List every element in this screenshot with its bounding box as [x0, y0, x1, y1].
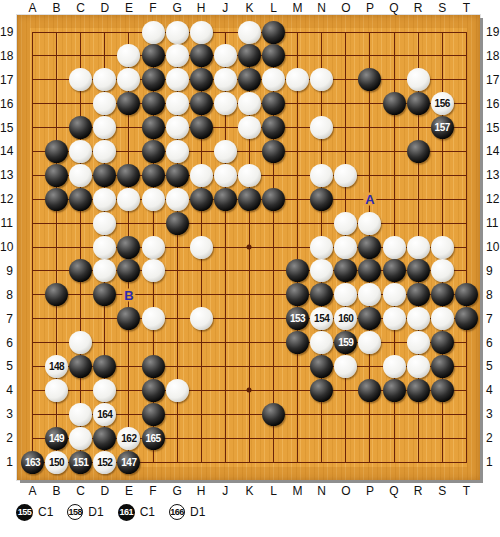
stone-B14[interactable]: [45, 140, 68, 163]
coord-label-left-19: 19: [0, 25, 13, 39]
stone-F12[interactable]: [142, 188, 165, 211]
stone-R8[interactable]: [407, 283, 430, 306]
stone-Q8[interactable]: [383, 283, 406, 306]
coord-label-bottom-R: R: [406, 484, 430, 498]
coord-label-bottom-J: J: [213, 484, 237, 498]
coord-label-left-11: 11: [0, 216, 13, 230]
stone-H15[interactable]: [190, 116, 213, 139]
coord-label-top-R: R: [406, 1, 430, 15]
coord-label-right-13: 13: [486, 168, 500, 182]
stone-H18[interactable]: [190, 44, 213, 67]
coord-label-left-16: 16: [0, 97, 13, 111]
coord-label-bottom-C: C: [69, 484, 93, 498]
coord-label-top-H: H: [189, 1, 213, 15]
stone-F17[interactable]: [142, 68, 165, 91]
stone-P11[interactable]: [358, 212, 381, 235]
stone-F7[interactable]: [142, 307, 165, 330]
stone-J16[interactable]: [214, 92, 237, 115]
stone-S15[interactable]: 157: [431, 116, 454, 139]
stone-M6[interactable]: [286, 331, 309, 354]
stone-F14[interactable]: [142, 140, 165, 163]
stone-H7[interactable]: [190, 307, 213, 330]
coord-label-top-L: L: [262, 1, 286, 15]
stone-S10[interactable]: [431, 236, 454, 259]
coord-label-left-17: 17: [0, 73, 13, 87]
stone-O13[interactable]: [334, 164, 357, 187]
coord-label-top-A: A: [21, 1, 45, 15]
stone-E12[interactable]: [117, 188, 140, 211]
coord-label-left-10: 10: [0, 240, 13, 254]
stone-C12[interactable]: [69, 188, 92, 211]
stone-F2[interactable]: 165: [142, 427, 165, 450]
stone-G16[interactable]: [166, 92, 189, 115]
coord-label-left-13: 13: [0, 168, 13, 182]
coord-label-right-14: 14: [486, 144, 500, 158]
coord-label-left-4: 4: [0, 383, 13, 397]
stone-E2[interactable]: 162: [117, 427, 140, 450]
stone-L19[interactable]: [262, 21, 285, 44]
stone-D12[interactable]: [93, 188, 116, 211]
annotation-b: B: [122, 288, 135, 301]
coord-label-bottom-L: L: [262, 484, 286, 498]
stone-J14[interactable]: [214, 140, 237, 163]
star-point-K4: [247, 388, 252, 393]
coord-label-top-K: K: [237, 1, 261, 15]
stone-B2[interactable]: 149: [45, 427, 68, 450]
stone-L12[interactable]: [262, 188, 285, 211]
coord-label-left-5: 5: [0, 359, 13, 373]
stone-G13[interactable]: [166, 164, 189, 187]
coord-label-right-17: 17: [486, 73, 500, 87]
stone-D3[interactable]: 164: [93, 403, 116, 426]
stone-R6[interactable]: [407, 331, 430, 354]
grid-line-horizontal: [33, 342, 468, 343]
stone-H12[interactable]: [190, 188, 213, 211]
stone-C3[interactable]: [69, 403, 92, 426]
stone-D2[interactable]: [93, 427, 116, 450]
coord-label-bottom-E: E: [117, 484, 141, 498]
coord-label-bottom-H: H: [189, 484, 213, 498]
stone-B13[interactable]: [45, 164, 68, 187]
stone-F19[interactable]: [142, 21, 165, 44]
stone-R7[interactable]: [407, 307, 430, 330]
annotation-a: A: [363, 193, 376, 206]
caption-move-list: 155C1158D1161C1166D1: [16, 502, 219, 522]
stone-K12[interactable]: [238, 188, 261, 211]
stone-Q10[interactable]: [383, 236, 406, 259]
stone-R9[interactable]: [407, 259, 430, 282]
coord-label-right-7: 7: [486, 312, 500, 326]
stone-R14[interactable]: [407, 140, 430, 163]
coord-label-right-12: 12: [486, 192, 500, 206]
stone-H19[interactable]: [190, 21, 213, 44]
stone-J17[interactable]: [214, 68, 237, 91]
stone-O10[interactable]: [334, 236, 357, 259]
stone-T7[interactable]: [455, 307, 478, 330]
stone-K13[interactable]: [238, 164, 261, 187]
caption-stone-161: 161: [118, 504, 135, 521]
coord-label-right-4: 4: [486, 383, 500, 397]
stone-S4[interactable]: [431, 379, 454, 402]
stone-F15[interactable]: [142, 116, 165, 139]
stone-K17[interactable]: [238, 68, 261, 91]
stone-Q4[interactable]: [383, 379, 406, 402]
stone-L16[interactable]: [262, 92, 285, 115]
stone-R10[interactable]: [407, 236, 430, 259]
coord-label-bottom-P: P: [358, 484, 382, 498]
stone-L14[interactable]: [262, 140, 285, 163]
coord-label-top-G: G: [165, 1, 189, 15]
grid-line-vertical: [466, 32, 467, 462]
coord-label-left-6: 6: [0, 336, 13, 350]
stone-G15[interactable]: [166, 116, 189, 139]
stone-H10[interactable]: [190, 236, 213, 259]
caption-point-label: C1: [140, 505, 155, 519]
stone-F13[interactable]: [142, 164, 165, 187]
stone-C14[interactable]: [69, 140, 92, 163]
coord-label-bottom-D: D: [93, 484, 117, 498]
stone-Q5[interactable]: [383, 355, 406, 378]
coord-label-left-2: 2: [0, 431, 13, 445]
coord-label-right-2: 2: [486, 431, 500, 445]
stone-T8[interactable]: [455, 283, 478, 306]
stone-Q7[interactable]: [383, 307, 406, 330]
stone-G11[interactable]: [166, 212, 189, 235]
coord-label-left-15: 15: [0, 121, 13, 135]
stone-N4[interactable]: [310, 379, 333, 402]
stone-L15[interactable]: [262, 116, 285, 139]
stone-G19[interactable]: [166, 21, 189, 44]
coord-label-bottom-K: K: [237, 484, 261, 498]
stone-B5[interactable]: 148: [45, 355, 68, 378]
stone-S9[interactable]: [431, 259, 454, 282]
coord-label-top-D: D: [93, 1, 117, 15]
stone-R17[interactable]: [407, 68, 430, 91]
coord-label-left-9: 9: [0, 264, 13, 278]
coord-label-bottom-M: M: [286, 484, 310, 498]
stone-O11[interactable]: [334, 212, 357, 235]
stone-D10[interactable]: [93, 236, 116, 259]
stone-S5[interactable]: [431, 355, 454, 378]
caption-point-label: C1: [38, 505, 53, 519]
stone-F3[interactable]: [142, 403, 165, 426]
coord-label-top-S: S: [430, 1, 454, 15]
grid-line-vertical: [297, 32, 298, 462]
stone-H17[interactable]: [190, 68, 213, 91]
coord-label-bottom-Q: Q: [382, 484, 406, 498]
stone-N10[interactable]: [310, 236, 333, 259]
stone-Q9[interactable]: [383, 259, 406, 282]
stone-F18[interactable]: [142, 44, 165, 67]
coord-label-top-O: O: [334, 1, 358, 15]
coord-label-right-8: 8: [486, 288, 500, 302]
caption-stone-155: 155: [16, 504, 33, 521]
coord-label-bottom-G: G: [165, 484, 189, 498]
caption-stone-166: 166: [169, 504, 185, 520]
coord-label-top-J: J: [213, 1, 237, 15]
stone-Q16[interactable]: [383, 92, 406, 115]
stone-B12[interactable]: [45, 188, 68, 211]
coord-label-left-3: 3: [0, 407, 13, 421]
coord-label-right-1: 1: [486, 455, 500, 469]
stone-D13[interactable]: [93, 164, 116, 187]
stone-G14[interactable]: [166, 140, 189, 163]
stone-C1[interactable]: 151: [69, 451, 92, 474]
stone-N13[interactable]: [310, 164, 333, 187]
coord-label-top-F: F: [141, 1, 165, 15]
stone-L3[interactable]: [262, 403, 285, 426]
stone-F10[interactable]: [142, 236, 165, 259]
coord-label-left-7: 7: [0, 312, 13, 326]
coord-label-top-T: T: [454, 1, 478, 15]
stone-N5[interactable]: [310, 355, 333, 378]
stone-H16[interactable]: [190, 92, 213, 115]
star-point-K10: [247, 245, 252, 250]
coord-label-left-12: 12: [0, 192, 13, 206]
stone-F9[interactable]: [142, 259, 165, 282]
coord-label-right-15: 15: [486, 121, 500, 135]
coord-label-right-11: 11: [486, 216, 500, 230]
coord-label-right-9: 9: [486, 264, 500, 278]
coord-label-left-1: 1: [0, 455, 13, 469]
stone-B1[interactable]: 150: [45, 451, 68, 474]
coord-label-bottom-T: T: [454, 484, 478, 498]
coord-label-left-14: 14: [0, 144, 13, 158]
stone-G4[interactable]: [166, 379, 189, 402]
caption-point-label: D1: [190, 505, 205, 519]
coord-label-bottom-O: O: [334, 484, 358, 498]
stone-E1[interactable]: 147: [117, 451, 140, 474]
stone-F4[interactable]: [142, 379, 165, 402]
stone-D4[interactable]: [93, 379, 116, 402]
stone-E10[interactable]: [117, 236, 140, 259]
coord-label-left-18: 18: [0, 49, 13, 63]
coord-label-right-16: 16: [486, 97, 500, 111]
go-diagram-page: 155C1158D1161C1166D1 1561571531541601591…: [0, 0, 500, 537]
stone-J12[interactable]: [214, 188, 237, 211]
coord-label-left-8: 8: [0, 288, 13, 302]
caption-point-label: D1: [88, 505, 103, 519]
stone-C5[interactable]: [69, 355, 92, 378]
coord-label-top-M: M: [286, 1, 310, 15]
stone-B4[interactable]: [45, 379, 68, 402]
stone-A1[interactable]: 163: [21, 451, 44, 474]
coord-label-bottom-N: N: [310, 484, 334, 498]
stone-J13[interactable]: [214, 164, 237, 187]
stone-K15[interactable]: [238, 116, 261, 139]
coord-label-top-B: B: [45, 1, 69, 15]
coord-label-top-Q: Q: [382, 1, 406, 15]
stone-G12[interactable]: [166, 188, 189, 211]
stone-K16[interactable]: [238, 92, 261, 115]
coord-label-right-18: 18: [486, 49, 500, 63]
stone-S8[interactable]: [431, 283, 454, 306]
stone-F5[interactable]: [142, 355, 165, 378]
coord-label-bottom-F: F: [141, 484, 165, 498]
coord-label-top-C: C: [69, 1, 93, 15]
stone-G18[interactable]: [166, 44, 189, 67]
stone-F16[interactable]: [142, 92, 165, 115]
stone-N12[interactable]: [310, 188, 333, 211]
coord-label-right-10: 10: [486, 240, 500, 254]
coord-label-top-E: E: [117, 1, 141, 15]
coord-label-bottom-B: B: [45, 484, 69, 498]
stone-C2[interactable]: [69, 427, 92, 450]
stone-P10[interactable]: [358, 236, 381, 259]
coord-label-top-P: P: [358, 1, 382, 15]
stone-R16[interactable]: [407, 92, 430, 115]
coord-label-right-5: 5: [486, 359, 500, 373]
coord-label-top-N: N: [310, 1, 334, 15]
coord-label-bottom-S: S: [430, 484, 454, 498]
stone-D1[interactable]: 152: [93, 451, 116, 474]
coord-label-bottom-A: A: [21, 484, 45, 498]
stone-H13[interactable]: [190, 164, 213, 187]
stone-G17[interactable]: [166, 68, 189, 91]
coord-label-right-3: 3: [486, 407, 500, 421]
stone-S16[interactable]: 156: [431, 92, 454, 115]
stone-S6[interactable]: [431, 331, 454, 354]
coord-label-right-6: 6: [486, 336, 500, 350]
coord-label-right-19: 19: [486, 25, 500, 39]
stone-C13[interactable]: [69, 164, 92, 187]
stone-D11[interactable]: [93, 212, 116, 235]
stone-K19[interactable]: [238, 21, 261, 44]
stone-R5[interactable]: [407, 355, 430, 378]
stone-R4[interactable]: [407, 379, 430, 402]
stone-S7[interactable]: [431, 307, 454, 330]
caption-stone-158: 158: [67, 504, 83, 520]
